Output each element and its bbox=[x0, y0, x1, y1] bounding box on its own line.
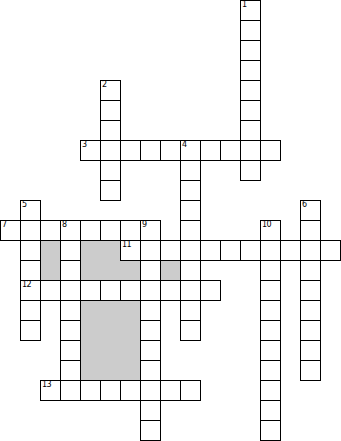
cell-r9-c5[interactable] bbox=[100, 180, 121, 201]
cell-r19-c9[interactable] bbox=[180, 380, 201, 401]
cell-r7-c6[interactable] bbox=[120, 140, 141, 161]
blocked-cell-r13-c4 bbox=[80, 260, 101, 281]
cell-r11-c0[interactable]: 7 bbox=[0, 220, 21, 241]
cell-r3-c12[interactable] bbox=[240, 60, 261, 81]
cell-r4-c12[interactable] bbox=[240, 80, 261, 101]
cell-r12-c15[interactable] bbox=[300, 240, 321, 261]
cell-r15-c7[interactable] bbox=[140, 300, 161, 321]
cell-r6-c12[interactable] bbox=[240, 120, 261, 141]
blocked-cell-r17-c4 bbox=[80, 340, 101, 361]
cell-r11-c3[interactable]: 8 bbox=[60, 220, 81, 241]
cell-r15-c13[interactable] bbox=[260, 300, 281, 321]
cell-r7-c10[interactable] bbox=[200, 140, 221, 161]
clue-number-11: 11 bbox=[122, 241, 131, 249]
cell-r11-c13[interactable]: 10 bbox=[260, 220, 281, 241]
cell-r9-c9[interactable] bbox=[180, 180, 201, 201]
cell-r10-c9[interactable] bbox=[180, 200, 201, 221]
clue-number-7: 7 bbox=[2, 221, 7, 229]
cell-r14-c1[interactable]: 12 bbox=[20, 280, 41, 301]
cell-r12-c12[interactable] bbox=[240, 240, 261, 261]
cell-r11-c2[interactable] bbox=[40, 220, 61, 241]
cell-r12-c9[interactable] bbox=[180, 240, 201, 261]
cell-r16-c9[interactable] bbox=[180, 320, 201, 341]
blocked-cell-r16-c5 bbox=[100, 320, 121, 341]
crossword-grid: 12345678910111213 bbox=[0, 0, 341, 441]
cell-r14-c13[interactable] bbox=[260, 280, 281, 301]
blocked-cell-r18-c6 bbox=[120, 360, 141, 381]
cell-r8-c9[interactable] bbox=[180, 160, 201, 181]
cell-r17-c3[interactable] bbox=[60, 340, 81, 361]
cell-r7-c7[interactable] bbox=[140, 140, 161, 161]
cell-r10-c1[interactable]: 5 bbox=[20, 200, 41, 221]
cell-r14-c9[interactable] bbox=[180, 280, 201, 301]
blocked-cell-r15-c6 bbox=[120, 300, 141, 321]
cell-r10-c15[interactable]: 6 bbox=[300, 200, 321, 221]
cell-r14-c6[interactable] bbox=[120, 280, 141, 301]
blocked-cell-r13-c8 bbox=[160, 260, 181, 281]
cell-r18-c13[interactable] bbox=[260, 360, 281, 381]
cell-r16-c3[interactable] bbox=[60, 320, 81, 341]
cell-r11-c6[interactable] bbox=[120, 220, 141, 241]
blocked-cell-r16-c6 bbox=[120, 320, 141, 341]
blocked-cell-r16-c4 bbox=[80, 320, 101, 341]
cell-r12-c1[interactable] bbox=[20, 240, 41, 261]
cell-r7-c4[interactable]: 3 bbox=[80, 140, 101, 161]
cell-r19-c5[interactable] bbox=[100, 380, 121, 401]
cell-r7-c9[interactable]: 4 bbox=[180, 140, 201, 161]
cell-r0-c12[interactable]: 1 bbox=[240, 0, 261, 21]
cell-r13-c1[interactable] bbox=[20, 260, 41, 281]
cell-r13-c9[interactable] bbox=[180, 260, 201, 281]
cell-r14-c10[interactable] bbox=[200, 280, 221, 301]
cell-r14-c15[interactable] bbox=[300, 280, 321, 301]
cell-r12-c7[interactable] bbox=[140, 240, 161, 261]
blocked-cell-r13-c2 bbox=[40, 260, 61, 281]
cell-r19-c2[interactable]: 13 bbox=[40, 380, 61, 401]
cell-r8-c5[interactable] bbox=[100, 160, 121, 181]
clue-number-4: 4 bbox=[182, 141, 187, 149]
cell-r11-c5[interactable] bbox=[100, 220, 121, 241]
blocked-cell-r12-c4 bbox=[80, 240, 101, 261]
cell-r7-c12[interactable] bbox=[240, 140, 261, 161]
cell-r21-c7[interactable] bbox=[140, 420, 161, 441]
clue-number-3: 3 bbox=[82, 141, 87, 149]
cell-r11-c7[interactable]: 9 bbox=[140, 220, 161, 241]
cell-r11-c4[interactable] bbox=[80, 220, 101, 241]
cell-r5-c12[interactable] bbox=[240, 100, 261, 121]
cell-r15-c15[interactable] bbox=[300, 300, 321, 321]
cell-r16-c13[interactable] bbox=[260, 320, 281, 341]
cell-r19-c13[interactable] bbox=[260, 380, 281, 401]
cell-r14-c7[interactable] bbox=[140, 280, 161, 301]
cell-r12-c8[interactable] bbox=[160, 240, 181, 261]
blocked-cell-r13-c5 bbox=[100, 260, 121, 281]
clue-number-12: 12 bbox=[22, 281, 31, 289]
cell-r6-c5[interactable] bbox=[100, 120, 121, 141]
clue-number-10: 10 bbox=[262, 221, 271, 229]
cell-r13-c7[interactable] bbox=[140, 260, 161, 281]
cell-r14-c4[interactable] bbox=[80, 280, 101, 301]
cell-r7-c5[interactable] bbox=[100, 140, 121, 161]
cell-r17-c15[interactable] bbox=[300, 340, 321, 361]
cell-r7-c13[interactable] bbox=[260, 140, 281, 161]
blocked-cell-r18-c4 bbox=[80, 360, 101, 381]
cell-r18-c15[interactable] bbox=[300, 360, 321, 381]
cell-r20-c13[interactable] bbox=[260, 400, 281, 421]
cell-r12-c14[interactable] bbox=[280, 240, 301, 261]
clue-number-1: 1 bbox=[242, 1, 247, 9]
cell-r13-c3[interactable] bbox=[60, 260, 81, 281]
clue-number-8: 8 bbox=[62, 221, 67, 229]
cell-r11-c15[interactable] bbox=[300, 220, 321, 241]
cell-r14-c8[interactable] bbox=[160, 280, 181, 301]
cell-r21-c13[interactable] bbox=[260, 420, 281, 441]
cell-r16-c7[interactable] bbox=[140, 320, 161, 341]
clue-number-13: 13 bbox=[42, 381, 51, 389]
cell-r19-c8[interactable] bbox=[160, 380, 181, 401]
cell-r18-c3[interactable] bbox=[60, 360, 81, 381]
cell-r19-c6[interactable] bbox=[120, 380, 141, 401]
cell-r12-c16[interactable] bbox=[320, 240, 341, 261]
cell-r19-c4[interactable] bbox=[80, 380, 101, 401]
blocked-cell-r18-c5 bbox=[100, 360, 121, 381]
clue-number-9: 9 bbox=[142, 221, 147, 229]
cell-r14-c5[interactable] bbox=[100, 280, 121, 301]
cell-r19-c3[interactable] bbox=[60, 380, 81, 401]
clue-number-6: 6 bbox=[302, 201, 307, 209]
cell-r15-c9[interactable] bbox=[180, 300, 201, 321]
cell-r19-c7[interactable] bbox=[140, 380, 161, 401]
cell-r12-c6[interactable]: 11 bbox=[120, 240, 141, 261]
cell-r12-c11[interactable] bbox=[220, 240, 241, 261]
cell-r12-c10[interactable] bbox=[200, 240, 221, 261]
cell-r12-c13[interactable] bbox=[260, 240, 281, 261]
blocked-cell-r17-c6 bbox=[120, 340, 141, 361]
cell-r4-c5[interactable]: 2 bbox=[100, 80, 121, 101]
cell-r14-c3[interactable] bbox=[60, 280, 81, 301]
cell-r20-c7[interactable] bbox=[140, 400, 161, 421]
blocked-cell-r12-c2 bbox=[40, 240, 61, 261]
clue-number-2: 2 bbox=[102, 81, 107, 89]
cell-r7-c8[interactable] bbox=[160, 140, 181, 161]
blocked-cell-r15-c4 bbox=[80, 300, 101, 321]
cell-r13-c15[interactable] bbox=[300, 260, 321, 281]
cell-r15-c3[interactable] bbox=[60, 300, 81, 321]
cell-r11-c1[interactable] bbox=[20, 220, 41, 241]
blocked-cell-r12-c5 bbox=[100, 240, 121, 261]
cell-r16-c15[interactable] bbox=[300, 320, 321, 341]
blocked-cell-r15-c5 bbox=[100, 300, 121, 321]
cell-r8-c12[interactable] bbox=[240, 160, 261, 181]
cell-r16-c1[interactable] bbox=[20, 320, 41, 341]
cell-r1-c12[interactable] bbox=[240, 20, 261, 41]
blocked-cell-r13-c6 bbox=[120, 260, 141, 281]
cell-r17-c13[interactable] bbox=[260, 340, 281, 361]
blocked-cell-r17-c5 bbox=[100, 340, 121, 361]
clue-number-5: 5 bbox=[22, 201, 27, 209]
cell-r5-c5[interactable] bbox=[100, 100, 121, 121]
cell-r18-c7[interactable] bbox=[140, 360, 161, 381]
cell-r12-c3[interactable] bbox=[60, 240, 81, 261]
cell-r7-c11[interactable] bbox=[220, 140, 241, 161]
cell-r13-c13[interactable] bbox=[260, 260, 281, 281]
cell-r15-c1[interactable] bbox=[20, 300, 41, 321]
cell-r11-c9[interactable] bbox=[180, 220, 201, 241]
cell-r2-c12[interactable] bbox=[240, 40, 261, 61]
cell-r14-c2[interactable] bbox=[40, 280, 61, 301]
cell-r17-c7[interactable] bbox=[140, 340, 161, 361]
